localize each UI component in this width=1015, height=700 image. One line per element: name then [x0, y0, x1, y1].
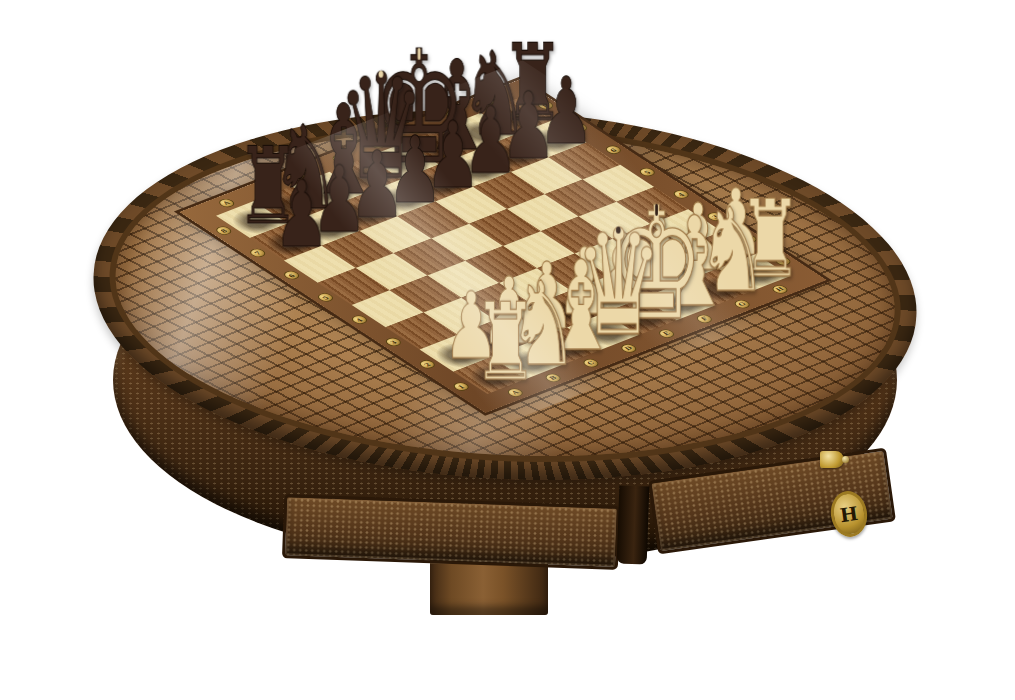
coord-disc-8-left: 8: [214, 226, 232, 235]
coord-disc-A-top: A: [217, 198, 235, 207]
drawer-front-left: [282, 494, 620, 570]
medallion-letter: H: [839, 502, 860, 526]
piece-white-rook-a1: ♜: [473, 301, 538, 386]
carved-round-chess-table-photo: ♜♞♝♛♚♝♞♜♟♟♟♟♟♟♟♟♟♟♟♟♟♟♟♟♜♞♝♛♚♝♞♜ AABBCCD…: [0, 0, 1015, 700]
coord-disc-1-left: 1: [452, 382, 470, 391]
coord-disc-6-left: 6: [282, 271, 300, 280]
coord-disc-2-left: 2: [418, 360, 436, 369]
coord-disc-6-right: 6: [604, 145, 622, 154]
coord-disc-3-left: 3: [384, 337, 402, 346]
piece-black-pawn-a7: ♟: [273, 179, 329, 253]
drawer-seam: [617, 486, 650, 565]
coord-disc-5-left: 5: [316, 293, 334, 302]
contrast-finial: [379, 71, 384, 78]
coord-disc-4-left: 4: [350, 315, 368, 324]
contrast-finial: [616, 227, 621, 234]
coord-disc-7-left: 7: [248, 248, 266, 257]
drawer-knob: [820, 451, 844, 468]
